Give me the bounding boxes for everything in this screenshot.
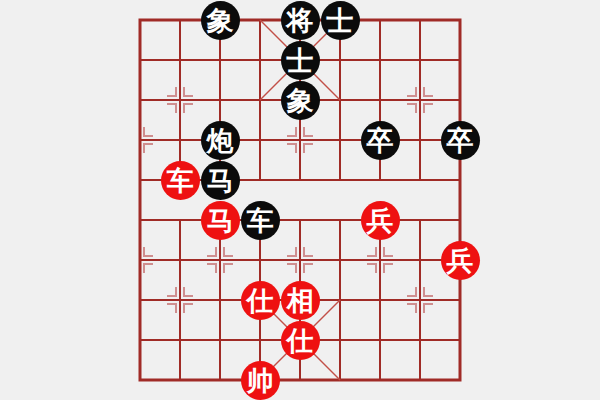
piece-red-advisor[interactable]: 仕 [281,321,320,360]
piece-black-cannon[interactable]: 炮 [201,121,240,160]
piece-red-soldier[interactable]: 兵 [441,241,480,280]
piece-red-general[interactable]: 帅 [241,361,280,400]
piece-red-advisor[interactable]: 仕 [241,281,280,320]
piece-red-elephant[interactable]: 相 [281,281,320,320]
piece-black-soldier[interactable]: 卒 [441,121,480,160]
piece-black-elephant[interactable]: 象 [201,1,240,40]
piece-black-chariot[interactable]: 车 [241,201,280,240]
piece-black-advisor[interactable]: 士 [281,41,320,80]
piece-red-soldier[interactable]: 兵 [361,201,400,240]
piece-black-general[interactable]: 将 [281,1,320,40]
piece-black-horse[interactable]: 马 [201,161,240,200]
piece-black-soldier[interactable]: 卒 [361,121,400,160]
pieces-layer: 象将士士象炮卒卒车马马车兵兵仕相仕帅 [120,0,480,400]
piece-red-horse[interactable]: 马 [201,201,240,240]
xiangqi-board-screenshot: 象将士士象炮卒卒车马马车兵兵仕相仕帅 [0,0,600,400]
piece-red-chariot[interactable]: 车 [161,161,200,200]
piece-black-advisor[interactable]: 士 [321,1,360,40]
piece-black-elephant[interactable]: 象 [281,81,320,120]
